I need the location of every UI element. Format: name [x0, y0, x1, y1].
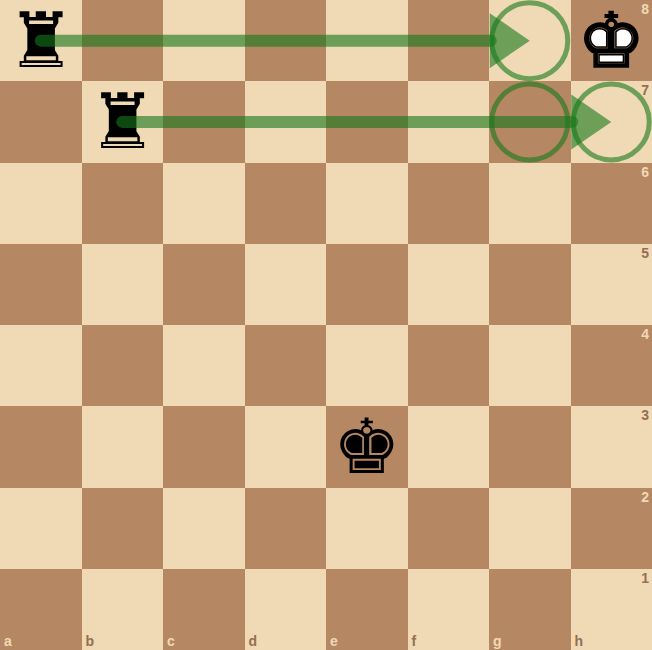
square-b5[interactable]: [82, 244, 164, 325]
square-b6[interactable]: [82, 163, 164, 244]
square-b3[interactable]: [82, 406, 164, 487]
piece-black-rook-a8[interactable]: ♜: [0, 0, 82, 81]
square-c6[interactable]: [163, 163, 245, 244]
square-f8[interactable]: [408, 0, 490, 81]
square-d1[interactable]: [245, 569, 327, 650]
square-h4[interactable]: [571, 325, 652, 406]
piece-glyph: ♚: [326, 406, 408, 487]
square-g6[interactable]: [489, 163, 571, 244]
square-f1[interactable]: [408, 569, 490, 650]
piece-black-king-e3[interactable]: ♚: [326, 406, 408, 487]
square-g1[interactable]: [489, 569, 571, 650]
square-h1[interactable]: [571, 569, 652, 650]
square-d5[interactable]: [245, 244, 327, 325]
square-g7[interactable]: [489, 81, 571, 162]
square-a4[interactable]: [0, 325, 82, 406]
square-e8[interactable]: [326, 0, 408, 81]
square-d7[interactable]: [245, 81, 327, 162]
piece-glyph: ♜: [0, 0, 82, 81]
square-g8[interactable]: [489, 0, 571, 81]
square-a2[interactable]: [0, 488, 82, 569]
square-g2[interactable]: [489, 488, 571, 569]
piece-black-rook-b7[interactable]: ♜: [82, 81, 164, 162]
square-e5[interactable]: [326, 244, 408, 325]
piece-glyph: ♜: [82, 81, 164, 162]
square-f4[interactable]: [408, 325, 490, 406]
square-d3[interactable]: [245, 406, 327, 487]
square-a6[interactable]: [0, 163, 82, 244]
square-h6[interactable]: [571, 163, 652, 244]
piece-outline-glyph: ♔: [571, 0, 652, 81]
square-f5[interactable]: [408, 244, 490, 325]
square-c3[interactable]: [163, 406, 245, 487]
square-a1[interactable]: [0, 569, 82, 650]
square-g4[interactable]: [489, 325, 571, 406]
square-b4[interactable]: [82, 325, 164, 406]
square-c2[interactable]: [163, 488, 245, 569]
square-e7[interactable]: [326, 81, 408, 162]
square-a3[interactable]: [0, 406, 82, 487]
square-e2[interactable]: [326, 488, 408, 569]
square-d4[interactable]: [245, 325, 327, 406]
square-b2[interactable]: [82, 488, 164, 569]
square-c8[interactable]: [163, 0, 245, 81]
square-c5[interactable]: [163, 244, 245, 325]
square-g5[interactable]: [489, 244, 571, 325]
square-d2[interactable]: [245, 488, 327, 569]
square-c1[interactable]: [163, 569, 245, 650]
square-f3[interactable]: [408, 406, 490, 487]
square-e4[interactable]: [326, 325, 408, 406]
square-c4[interactable]: [163, 325, 245, 406]
square-g3[interactable]: [489, 406, 571, 487]
square-f2[interactable]: [408, 488, 490, 569]
square-b8[interactable]: [82, 0, 164, 81]
square-h2[interactable]: [571, 488, 652, 569]
square-a5[interactable]: [0, 244, 82, 325]
piece-glyph: ♚: [571, 0, 652, 81]
square-a7[interactable]: [0, 81, 82, 162]
square-e1[interactable]: [326, 569, 408, 650]
square-f7[interactable]: [408, 81, 490, 162]
square-f6[interactable]: [408, 163, 490, 244]
square-h5[interactable]: [571, 244, 652, 325]
square-d8[interactable]: [245, 0, 327, 81]
chess-board: ♜♜♚♔♚ abcdefgh12345678: [0, 0, 652, 650]
square-h3[interactable]: [571, 406, 652, 487]
square-c7[interactable]: [163, 81, 245, 162]
square-b1[interactable]: [82, 569, 164, 650]
square-e6[interactable]: [326, 163, 408, 244]
square-d6[interactable]: [245, 163, 327, 244]
piece-white-king-h8[interactable]: ♚♔: [571, 0, 652, 81]
square-h7[interactable]: [571, 81, 652, 162]
